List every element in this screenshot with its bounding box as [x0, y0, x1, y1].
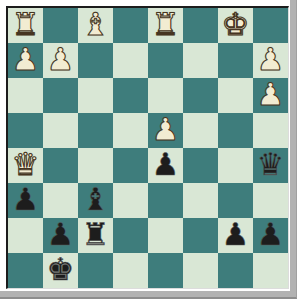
square-f7[interactable]: ♜: [78, 218, 113, 253]
white-rook[interactable]: ♜: [12, 7, 40, 42]
square-e2[interactable]: [113, 43, 148, 78]
square-f5[interactable]: [78, 148, 113, 183]
square-g1[interactable]: [43, 8, 78, 43]
square-f1[interactable]: ♝: [78, 8, 113, 43]
square-d8[interactable]: [148, 253, 183, 288]
square-d6[interactable]: [148, 183, 183, 218]
square-e7[interactable]: [113, 218, 148, 253]
black-pawn[interactable]: ♟: [222, 217, 250, 252]
square-b4[interactable]: [218, 113, 253, 148]
square-f6[interactable]: ♝: [78, 183, 113, 218]
white-king[interactable]: ♚: [222, 7, 250, 42]
square-b1[interactable]: ♚: [218, 8, 253, 43]
square-a2[interactable]: ♟: [253, 43, 288, 78]
chess-board: ♜♝♜♚♟♟♟♟♟♛♟♛♟♝♟♜♟♟♚: [6, 6, 289, 289]
square-h2[interactable]: ♟: [8, 43, 43, 78]
square-b5[interactable]: [218, 148, 253, 183]
black-pawn[interactable]: ♟: [47, 217, 75, 252]
square-e8[interactable]: [113, 253, 148, 288]
square-e4[interactable]: [113, 113, 148, 148]
square-c7[interactable]: [183, 218, 218, 253]
square-c1[interactable]: [183, 8, 218, 43]
square-f2[interactable]: [78, 43, 113, 78]
white-pawn[interactable]: ♟: [257, 77, 285, 112]
square-b3[interactable]: [218, 78, 253, 113]
square-f8[interactable]: [78, 253, 113, 288]
square-d2[interactable]: [148, 43, 183, 78]
square-a7[interactable]: ♟: [253, 218, 288, 253]
square-f4[interactable]: [78, 113, 113, 148]
square-h3[interactable]: [8, 78, 43, 113]
page-background: ♜♝♜♚♟♟♟♟♟♛♟♛♟♝♟♜♟♟♚: [0, 0, 297, 299]
square-a4[interactable]: [253, 113, 288, 148]
square-h4[interactable]: [8, 113, 43, 148]
square-e3[interactable]: [113, 78, 148, 113]
white-rook[interactable]: ♜: [152, 7, 180, 42]
square-d1[interactable]: ♜: [148, 8, 183, 43]
square-b7[interactable]: ♟: [218, 218, 253, 253]
square-g6[interactable]: [43, 183, 78, 218]
square-e6[interactable]: [113, 183, 148, 218]
square-d7[interactable]: [148, 218, 183, 253]
white-pawn[interactable]: ♟: [47, 42, 75, 77]
square-c8[interactable]: [183, 253, 218, 288]
square-h1[interactable]: ♜: [8, 8, 43, 43]
square-d5[interactable]: ♟: [148, 148, 183, 183]
white-pawn[interactable]: ♟: [12, 42, 40, 77]
square-c3[interactable]: [183, 78, 218, 113]
square-c5[interactable]: [183, 148, 218, 183]
black-pawn[interactable]: ♟: [12, 182, 40, 217]
square-d4[interactable]: ♟: [148, 113, 183, 148]
square-a6[interactable]: [253, 183, 288, 218]
square-a1[interactable]: [253, 8, 288, 43]
white-pawn[interactable]: ♟: [152, 112, 180, 147]
square-g7[interactable]: ♟: [43, 218, 78, 253]
square-a8[interactable]: [253, 253, 288, 288]
square-h5[interactable]: ♛: [8, 148, 43, 183]
black-pawn[interactable]: ♟: [152, 147, 180, 182]
square-g2[interactable]: ♟: [43, 43, 78, 78]
square-e1[interactable]: [113, 8, 148, 43]
square-f3[interactable]: [78, 78, 113, 113]
white-pawn[interactable]: ♟: [257, 42, 285, 77]
square-g3[interactable]: [43, 78, 78, 113]
black-rook[interactable]: ♜: [82, 217, 110, 252]
square-a5[interactable]: ♛: [253, 148, 288, 183]
square-d3[interactable]: [148, 78, 183, 113]
black-queen[interactable]: ♛: [257, 147, 285, 182]
square-b6[interactable]: [218, 183, 253, 218]
square-b8[interactable]: [218, 253, 253, 288]
square-c2[interactable]: [183, 43, 218, 78]
square-g5[interactable]: [43, 148, 78, 183]
square-h8[interactable]: [8, 253, 43, 288]
white-queen[interactable]: ♛: [12, 147, 40, 182]
square-g4[interactable]: [43, 113, 78, 148]
square-b2[interactable]: [218, 43, 253, 78]
square-h7[interactable]: [8, 218, 43, 253]
square-c4[interactable]: [183, 113, 218, 148]
square-a3[interactable]: ♟: [253, 78, 288, 113]
black-bishop[interactable]: ♝: [82, 182, 110, 217]
square-h6[interactable]: ♟: [8, 183, 43, 218]
black-pawn[interactable]: ♟: [257, 217, 285, 252]
black-king[interactable]: ♚: [47, 252, 75, 287]
white-bishop[interactable]: ♝: [82, 7, 110, 42]
square-c6[interactable]: [183, 183, 218, 218]
square-g8[interactable]: ♚: [43, 253, 78, 288]
square-e5[interactable]: [113, 148, 148, 183]
